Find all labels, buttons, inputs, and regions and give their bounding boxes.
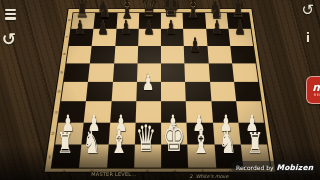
undo-icon[interactable]: ↺ xyxy=(301,1,314,19)
piece-black-pawn-b7[interactable]: ♟ xyxy=(94,18,112,38)
menu-icon[interactable] xyxy=(3,5,18,24)
piece-white-rook-a1[interactable]: ♜ xyxy=(52,129,78,158)
recorder-rec-label: REC xyxy=(314,93,320,97)
chess-app-screen: abcdefgh 87654321 ♜♞♝♛♚♝♞♜♟♟♟♟♟♟♟♟♟♟♟♟♟♟… xyxy=(0,0,320,180)
piece-black-pawn-e7[interactable]: ♟ xyxy=(163,18,181,38)
piece-black-pawn-c7[interactable]: ♟ xyxy=(117,18,135,38)
square-h5[interactable] xyxy=(232,63,258,82)
piece-black-pawn-g7[interactable]: ♟ xyxy=(208,18,226,38)
square-c6[interactable] xyxy=(114,46,138,64)
file-label-a: a xyxy=(50,169,78,174)
piece-black-pawn-f6[interactable]: ♟ xyxy=(186,35,204,55)
recorder-m-logo: m xyxy=(312,83,320,93)
square-a5[interactable] xyxy=(64,63,90,82)
square-f4[interactable] xyxy=(185,82,211,102)
recording-watermark: Recorded by Mobizen xyxy=(231,161,318,174)
piece-white-bishop-f1[interactable]: ♝ xyxy=(186,126,215,158)
square-e6[interactable] xyxy=(161,46,185,64)
recorded-by-text: Recorded by xyxy=(236,164,274,171)
square-b4[interactable] xyxy=(86,82,112,102)
square-a4[interactable] xyxy=(61,82,88,102)
piece-black-bishop-f8[interactable]: ♝ xyxy=(182,0,206,22)
square-g4[interactable] xyxy=(210,82,236,102)
square-c4[interactable] xyxy=(111,82,137,102)
square-a6[interactable] xyxy=(66,46,91,64)
square-h6[interactable] xyxy=(230,46,256,64)
square-g5[interactable] xyxy=(208,63,234,82)
square-c5[interactable] xyxy=(112,63,137,82)
square-b6[interactable] xyxy=(90,46,115,64)
square-h4[interactable] xyxy=(234,82,261,102)
piece-white-knight-b1[interactable]: ♞ xyxy=(78,127,106,158)
difficulty-level-label: MASTER LEVEL... xyxy=(83,171,145,177)
move-indicator-label: 2. White's move xyxy=(186,174,232,179)
square-f5[interactable] xyxy=(185,63,210,82)
square-g6[interactable] xyxy=(207,46,232,64)
piece-black-pawn-a7[interactable]: ♟ xyxy=(71,18,89,38)
piece-white-pawn-d4[interactable]: ♟ xyxy=(138,71,157,92)
square-b5[interactable] xyxy=(88,63,114,82)
screen-recorder-floating-button[interactable]: m REC xyxy=(306,76,320,104)
piece-white-knight-g1[interactable]: ♞ xyxy=(214,127,242,158)
info-icon[interactable]: i xyxy=(303,31,313,45)
piece-black-pawn-h7[interactable]: ♟ xyxy=(231,18,249,38)
piece-black-pawn-d7[interactable]: ♟ xyxy=(140,18,158,38)
rotate-board-icon[interactable]: ↺ xyxy=(2,29,16,49)
square-e4[interactable] xyxy=(161,82,186,102)
piece-white-rook-h1[interactable]: ♜ xyxy=(242,129,268,158)
recorder-brand-logo: Mobizen xyxy=(277,163,314,172)
file-label-e: e xyxy=(161,169,189,174)
square-d6[interactable] xyxy=(137,46,161,64)
square-e5[interactable] xyxy=(161,63,185,82)
